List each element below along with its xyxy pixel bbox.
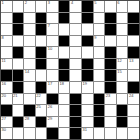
black-cell-r8c6 [70, 94, 81, 105]
cell-r1c2[interactable] [24, 13, 35, 24]
cell-r7c4[interactable]: 17 [47, 82, 58, 93]
cell-r0c0[interactable]: 1 [1, 1, 12, 12]
cell-r5c6[interactable] [70, 59, 81, 70]
cell-r6c2[interactable]: 14 [24, 70, 35, 81]
cell-r2c10[interactable] [117, 24, 128, 35]
clue-number-21: 21 [13, 94, 17, 98]
cell-r0c8[interactable]: 5 [94, 1, 105, 12]
black-cell-r9c0 [1, 105, 12, 116]
cell-r3c11[interactable] [128, 36, 139, 47]
cell-r0c1[interactable] [13, 1, 24, 12]
cell-r4c2[interactable] [24, 47, 35, 58]
cell-r6c8[interactable] [94, 70, 105, 81]
black-cell-r10c3 [36, 117, 47, 128]
clue-number-2: 2 [25, 1, 27, 5]
clue-number-7: 7 [48, 24, 50, 28]
black-cell-r1c1 [13, 13, 24, 24]
cell-r0c4[interactable]: 3 [47, 1, 58, 12]
cell-r1c10[interactable] [117, 13, 128, 24]
black-cell-r7c11 [128, 82, 139, 93]
cell-r8c9[interactable]: 23 [105, 94, 116, 105]
black-cell-r6c7 [82, 70, 93, 81]
clue-number-27: 27 [2, 117, 6, 121]
black-cell-r9c6 [70, 105, 81, 116]
cell-r7c5[interactable]: 18 [59, 82, 70, 93]
black-cell-r5c9 [105, 59, 116, 70]
cell-r11c7[interactable]: 31 [82, 128, 93, 139]
clue-number-29: 29 [48, 117, 52, 121]
black-cell-r2c3 [36, 24, 47, 35]
cell-r0c11[interactable] [128, 1, 139, 12]
cell-r4c0[interactable] [1, 47, 12, 58]
cell-r8c11[interactable]: 24 [128, 94, 139, 105]
black-cell-r4c11 [128, 47, 139, 58]
cell-r3c6[interactable] [70, 36, 81, 47]
cell-r2c4[interactable]: 7 [47, 24, 58, 35]
cell-r8c7[interactable] [82, 94, 93, 105]
cell-r1c0[interactable] [1, 13, 12, 24]
cell-r11c1[interactable] [13, 128, 24, 139]
black-cell-r8c4 [47, 94, 58, 105]
black-cell-r1c7 [82, 13, 93, 24]
clue-number-10: 10 [48, 47, 52, 51]
cell-r10c9[interactable] [105, 117, 116, 128]
clue-number-14: 14 [25, 70, 29, 74]
cell-r3c9[interactable] [105, 36, 116, 47]
black-cell-r1c11 [128, 13, 139, 24]
crossword-grid: 1234567891011121314151617181920212223242… [0, 0, 140, 140]
cell-r11c2[interactable] [24, 128, 35, 139]
clue-number-11: 11 [2, 59, 6, 63]
cell-r2c5[interactable] [59, 24, 70, 35]
black-cell-r5c3 [36, 59, 47, 70]
cell-r10c7[interactable] [82, 117, 93, 128]
cell-r2c7[interactable] [82, 24, 93, 35]
clue-number-28: 28 [25, 117, 29, 121]
clue-number-24: 24 [129, 94, 133, 98]
cell-r5c8[interactable] [94, 59, 105, 70]
black-cell-r10c1 [13, 117, 24, 128]
clue-number-15: 15 [117, 70, 121, 74]
black-cell-r7c3 [36, 82, 47, 93]
cell-r3c1[interactable] [13, 36, 24, 47]
cell-r7c2[interactable] [24, 82, 35, 93]
cell-r6c6[interactable] [70, 70, 81, 81]
cell-r3c2[interactable] [24, 36, 35, 47]
cell-r10c0[interactable]: 27 [1, 117, 12, 128]
cell-r10c2[interactable]: 28 [24, 117, 35, 128]
clue-number-3: 3 [48, 1, 50, 5]
black-cell-r0c5 [59, 1, 70, 12]
cell-r11c0[interactable]: 30 [1, 128, 12, 139]
cell-r9c7[interactable] [82, 105, 93, 116]
black-cell-r3c7 [82, 36, 93, 47]
black-cell-r1c5 [59, 13, 70, 24]
cell-r7c8[interactable] [94, 82, 105, 93]
cell-r5c10[interactable]: 12 [117, 59, 128, 70]
cell-r3c3[interactable] [36, 36, 47, 47]
black-cell-r4c1 [13, 47, 24, 58]
cell-r10c11[interactable] [128, 117, 139, 128]
black-cell-r9c10 [117, 105, 128, 116]
cell-r4c5[interactable] [59, 47, 70, 58]
cell-r1c6[interactable] [70, 13, 81, 24]
clue-number-5: 5 [94, 1, 96, 5]
black-cell-r2c11 [128, 24, 139, 35]
clue-number-31: 31 [83, 128, 87, 132]
cell-r8c2[interactable] [24, 94, 35, 105]
black-cell-r7c9 [105, 82, 116, 93]
cell-r0c9[interactable] [105, 1, 116, 12]
cell-r0c6[interactable]: 4 [70, 1, 81, 12]
cell-r2c2[interactable] [24, 24, 35, 35]
cell-r7c10[interactable] [117, 82, 128, 93]
cell-r5c11[interactable]: 13 [128, 59, 139, 70]
black-cell-r6c9 [105, 70, 116, 81]
cell-r5c0[interactable]: 11 [1, 59, 12, 70]
cell-r5c1[interactable] [13, 59, 24, 70]
cell-r7c7[interactable]: 19 [82, 82, 93, 93]
cell-r4c6[interactable] [70, 47, 81, 58]
cell-r11c10[interactable] [117, 128, 128, 139]
black-cell-r5c5 [59, 59, 70, 70]
cell-r2c6[interactable] [70, 24, 81, 35]
cell-r9c1[interactable] [13, 105, 24, 116]
cell-r5c2[interactable] [24, 59, 35, 70]
clue-number-25: 25 [36, 105, 40, 109]
cell-r0c3[interactable] [36, 1, 47, 12]
clue-number-22: 22 [36, 94, 40, 98]
black-cell-r6c5 [59, 70, 70, 81]
black-cell-r11c4 [47, 128, 58, 139]
clue-number-19: 19 [83, 82, 87, 86]
cell-r2c0[interactable] [1, 24, 12, 35]
clue-number-17: 17 [48, 82, 52, 86]
black-cell-r11c6 [70, 128, 81, 139]
black-cell-r6c0 [1, 70, 12, 81]
clue-number-8: 8 [2, 36, 4, 40]
black-cell-r10c10 [117, 117, 128, 128]
cell-r8c3[interactable]: 22 [36, 94, 47, 105]
cell-r6c4[interactable] [47, 70, 58, 81]
cell-r11c11[interactable] [128, 128, 139, 139]
cell-r9c5[interactable] [59, 105, 70, 116]
black-cell-r8c8 [94, 94, 105, 105]
cell-r11c5[interactable] [59, 128, 70, 139]
black-cell-r6c1 [13, 70, 24, 81]
cell-r10c5[interactable] [59, 117, 70, 128]
clue-number-9: 9 [94, 36, 96, 40]
black-cell-r0c7 [82, 1, 93, 12]
clue-number-1: 1 [2, 1, 4, 5]
black-cell-r5c7 [82, 59, 93, 70]
clue-number-6: 6 [117, 1, 119, 5]
cell-r7c0[interactable]: 16 [1, 82, 12, 93]
black-cell-r1c9 [105, 13, 116, 24]
cell-r2c8[interactable] [94, 24, 105, 35]
black-cell-r4c9 [105, 47, 116, 58]
clue-number-20: 20 [2, 94, 6, 98]
clue-number-30: 30 [2, 128, 6, 132]
cell-r3c0[interactable]: 8 [1, 36, 12, 47]
cell-r4c7[interactable] [82, 47, 93, 58]
clue-number-16: 16 [2, 82, 6, 86]
black-cell-r3c5 [59, 36, 70, 47]
cell-r3c4[interactable] [47, 36, 58, 47]
cell-r7c6[interactable] [70, 82, 81, 93]
black-cell-r9c8 [94, 105, 105, 116]
cell-r4c10[interactable] [117, 47, 128, 58]
cell-r9c4[interactable]: 26 [47, 105, 58, 116]
clue-number-4: 4 [71, 1, 73, 5]
cell-r9c9[interactable] [105, 105, 116, 116]
cell-r1c8[interactable] [94, 13, 105, 24]
cell-r0c2[interactable]: 2 [24, 1, 35, 12]
black-cell-r9c2 [24, 105, 35, 116]
black-cell-r10c6 [70, 117, 81, 128]
black-cell-r1c3 [36, 13, 47, 24]
cell-r4c4[interactable]: 10 [47, 47, 58, 58]
cell-r8c10[interactable] [117, 94, 128, 105]
cell-r11c8[interactable] [94, 128, 105, 139]
cell-r4c8[interactable] [94, 47, 105, 58]
black-cell-r10c8 [94, 117, 105, 128]
cell-r6c11[interactable] [128, 70, 139, 81]
cell-r3c8[interactable]: 9 [94, 36, 105, 47]
cell-r3c10[interactable] [117, 36, 128, 47]
cell-r11c3[interactable] [36, 128, 47, 139]
black-cell-r2c1 [13, 24, 24, 35]
cell-r9c3[interactable]: 25 [36, 105, 47, 116]
cell-r5c4[interactable] [47, 59, 58, 70]
cell-r8c0[interactable]: 20 [1, 94, 12, 105]
clue-number-18: 18 [59, 82, 63, 86]
cell-r8c5[interactable] [59, 94, 70, 105]
clue-number-26: 26 [48, 105, 52, 109]
cell-r9c11[interactable] [128, 105, 139, 116]
cell-r11c9[interactable] [105, 128, 116, 139]
cell-r8c1[interactable]: 21 [13, 94, 24, 105]
black-cell-r2c9 [105, 24, 116, 35]
cell-r6c3[interactable] [36, 70, 47, 81]
cell-r0c10[interactable]: 6 [117, 1, 128, 12]
cell-r10c4[interactable]: 29 [47, 117, 58, 128]
black-cell-r7c1 [13, 82, 24, 93]
cell-r6c10[interactable]: 15 [117, 70, 128, 81]
cell-r1c4[interactable] [47, 13, 58, 24]
clue-number-12: 12 [117, 59, 121, 63]
clue-number-23: 23 [106, 94, 110, 98]
clue-number-13: 13 [129, 59, 133, 63]
black-cell-r4c3 [36, 47, 47, 58]
